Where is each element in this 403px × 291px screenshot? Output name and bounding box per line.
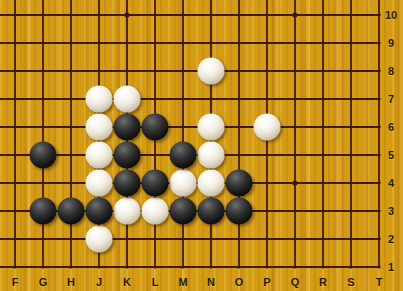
row-label-10: 10 [385, 9, 397, 21]
col-label-L: L [152, 276, 159, 288]
row-label-6: 6 [388, 121, 394, 133]
col-label-F: F [12, 276, 19, 288]
col-label-N: N [207, 276, 215, 288]
stone-black-L6[interactable] [142, 114, 169, 141]
star-point-Q4 [292, 180, 297, 185]
row-label-1: 1 [388, 261, 394, 273]
stone-white-J7[interactable] [86, 86, 113, 113]
stone-white-N8[interactable] [198, 58, 225, 85]
star-point-K10 [124, 12, 129, 17]
stone-white-J5[interactable] [86, 142, 113, 169]
col-label-Q: Q [291, 276, 300, 288]
stone-white-P6[interactable] [254, 114, 281, 141]
row-label-3: 3 [388, 205, 394, 217]
go-board: FGHJKLMNOPQRST10987654321 [0, 0, 403, 291]
col-label-R: R [319, 276, 327, 288]
col-label-P: P [263, 276, 270, 288]
col-label-J: J [96, 276, 102, 288]
col-label-G: G [39, 276, 48, 288]
stone-black-M5[interactable] [170, 142, 197, 169]
stone-black-J3[interactable] [86, 198, 113, 225]
stone-black-O4[interactable] [226, 170, 253, 197]
stone-white-J6[interactable] [86, 114, 113, 141]
stone-black-M3[interactable] [170, 198, 197, 225]
row-label-9: 9 [388, 37, 394, 49]
col-label-M: M [178, 276, 187, 288]
stone-black-O3[interactable] [226, 198, 253, 225]
stone-white-N6[interactable] [198, 114, 225, 141]
stone-white-N4[interactable] [198, 170, 225, 197]
col-label-O: O [235, 276, 244, 288]
stone-white-K3[interactable] [114, 198, 141, 225]
stone-white-L3[interactable] [142, 198, 169, 225]
stone-black-K5[interactable] [114, 142, 141, 169]
col-label-T: T [376, 276, 383, 288]
stone-black-G5[interactable] [30, 142, 57, 169]
row-label-8: 8 [388, 65, 394, 77]
stone-black-G3[interactable] [30, 198, 57, 225]
col-label-K: K [123, 276, 131, 288]
stone-black-K6[interactable] [114, 114, 141, 141]
stone-white-M4[interactable] [170, 170, 197, 197]
row-label-4: 4 [388, 177, 394, 189]
stone-black-N3[interactable] [198, 198, 225, 225]
col-label-H: H [67, 276, 75, 288]
stone-black-K4[interactable] [114, 170, 141, 197]
stone-black-L4[interactable] [142, 170, 169, 197]
col-label-S: S [347, 276, 354, 288]
row-label-7: 7 [388, 93, 394, 105]
stone-white-N5[interactable] [198, 142, 225, 169]
stone-white-K7[interactable] [114, 86, 141, 113]
star-point-Q10 [292, 12, 297, 17]
stone-black-H3[interactable] [58, 198, 85, 225]
row-label-5: 5 [388, 149, 394, 161]
row-label-2: 2 [388, 233, 394, 245]
stone-white-J2[interactable] [86, 226, 113, 253]
stone-white-J4[interactable] [86, 170, 113, 197]
